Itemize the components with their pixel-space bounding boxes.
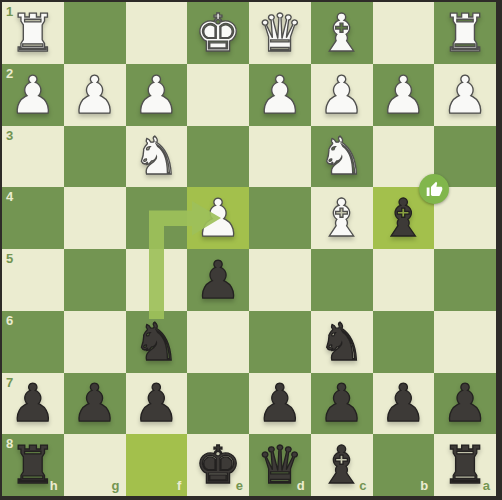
square-g2[interactable]: ♟ [64, 64, 126, 126]
piece-black-bishop-c8[interactable]: ♝ [318, 439, 365, 491]
piece-black-king-e8[interactable]: ♚ [195, 439, 242, 491]
piece-white-pawn-g2[interactable]: ♟ [71, 69, 118, 121]
square-a6[interactable] [434, 311, 496, 373]
square-h4[interactable] [2, 187, 64, 249]
piece-white-pawn-d2[interactable]: ♟ [257, 69, 304, 121]
square-d7[interactable]: ♟ [249, 373, 311, 435]
square-d3[interactable] [249, 126, 311, 188]
square-d8[interactable]: ♛ [249, 434, 311, 496]
piece-black-pawn-c7[interactable]: ♟ [318, 377, 365, 429]
piece-white-queen-d1[interactable]: ♛ [257, 7, 304, 59]
square-e8[interactable]: ♚ [187, 434, 249, 496]
square-h2[interactable]: ♟ [2, 64, 64, 126]
square-g4[interactable] [64, 187, 126, 249]
square-h1[interactable]: ♜ [2, 2, 64, 64]
piece-white-pawn-b2[interactable]: ♟ [380, 69, 427, 121]
square-b8[interactable] [373, 434, 435, 496]
piece-white-bishop-c1[interactable]: ♝ [318, 7, 365, 59]
square-c2[interactable]: ♟ [311, 64, 373, 126]
square-d1[interactable]: ♛ [249, 2, 311, 64]
square-g8[interactable] [64, 434, 126, 496]
square-d2[interactable]: ♟ [249, 64, 311, 126]
square-c7[interactable]: ♟ [311, 373, 373, 435]
piece-white-pawn-h2[interactable]: ♟ [10, 69, 57, 121]
chessboard-frame: ♜♚♛♝♜♟♟♟♟♟♟♟♞♞♟♝♝♟♞♞♟♟♟♟♟♟♟♜♚♛♝♜12345678… [0, 0, 502, 500]
square-e4[interactable]: ♟ [187, 187, 249, 249]
square-b7[interactable]: ♟ [373, 373, 435, 435]
square-f6[interactable]: ♞ [126, 311, 188, 373]
piece-white-pawn-e4[interactable]: ♟ [195, 192, 242, 244]
square-e6[interactable] [187, 311, 249, 373]
square-f5[interactable] [126, 249, 188, 311]
piece-white-rook-a1[interactable]: ♜ [442, 7, 489, 59]
square-f1[interactable] [126, 2, 188, 64]
piece-black-queen-d8[interactable]: ♛ [257, 439, 304, 491]
square-g7[interactable]: ♟ [64, 373, 126, 435]
square-a2[interactable]: ♟ [434, 64, 496, 126]
piece-black-pawn-f7[interactable]: ♟ [133, 377, 180, 429]
square-b3[interactable] [373, 126, 435, 188]
square-a3[interactable] [434, 126, 496, 188]
square-a1[interactable]: ♜ [434, 2, 496, 64]
square-b1[interactable] [373, 2, 435, 64]
piece-black-pawn-a7[interactable]: ♟ [442, 377, 489, 429]
square-e3[interactable] [187, 126, 249, 188]
square-h3[interactable] [2, 126, 64, 188]
piece-black-rook-h8[interactable]: ♜ [10, 439, 57, 491]
square-g3[interactable] [64, 126, 126, 188]
piece-black-pawn-g7[interactable]: ♟ [71, 377, 118, 429]
square-c1[interactable]: ♝ [311, 2, 373, 64]
piece-black-pawn-b7[interactable]: ♟ [380, 377, 427, 429]
square-d4[interactable] [249, 187, 311, 249]
square-f2[interactable]: ♟ [126, 64, 188, 126]
square-f7[interactable]: ♟ [126, 373, 188, 435]
piece-white-rook-h1[interactable]: ♜ [10, 7, 57, 59]
square-c4[interactable]: ♝ [311, 187, 373, 249]
page: { "game": "chess", "app_theme": "green-b… [0, 0, 502, 500]
square-h7[interactable]: ♟ [2, 373, 64, 435]
square-d5[interactable] [249, 249, 311, 311]
piece-white-king-e1[interactable]: ♚ [195, 7, 242, 59]
chess-board[interactable]: ♜♚♛♝♜♟♟♟♟♟♟♟♞♞♟♝♝♟♞♞♟♟♟♟♟♟♟♜♚♛♝♜12345678… [2, 2, 496, 496]
square-h8[interactable]: ♜ [2, 434, 64, 496]
piece-white-bishop-c4[interactable]: ♝ [318, 192, 365, 244]
square-b2[interactable]: ♟ [373, 64, 435, 126]
piece-white-pawn-f2[interactable]: ♟ [133, 69, 180, 121]
square-c6[interactable]: ♞ [311, 311, 373, 373]
piece-white-pawn-a2[interactable]: ♟ [442, 69, 489, 121]
square-c5[interactable] [311, 249, 373, 311]
piece-white-pawn-c2[interactable]: ♟ [318, 69, 365, 121]
square-e2[interactable] [187, 64, 249, 126]
square-g6[interactable] [64, 311, 126, 373]
square-b6[interactable] [373, 311, 435, 373]
square-c3[interactable]: ♞ [311, 126, 373, 188]
piece-white-knight-f3[interactable]: ♞ [133, 130, 180, 182]
square-a5[interactable] [434, 249, 496, 311]
square-g5[interactable] [64, 249, 126, 311]
square-a4[interactable] [434, 187, 496, 249]
piece-black-bishop-b4[interactable]: ♝ [380, 192, 427, 244]
square-f8[interactable] [126, 434, 188, 496]
square-b5[interactable] [373, 249, 435, 311]
square-d6[interactable] [249, 311, 311, 373]
square-b4[interactable]: ♝ [373, 187, 435, 249]
square-a7[interactable]: ♟ [434, 373, 496, 435]
piece-black-pawn-h7[interactable]: ♟ [10, 377, 57, 429]
square-f3[interactable]: ♞ [126, 126, 188, 188]
piece-black-pawn-e5[interactable]: ♟ [195, 254, 242, 306]
piece-white-knight-c3[interactable]: ♞ [318, 130, 365, 182]
square-h5[interactable] [2, 249, 64, 311]
square-e1[interactable]: ♚ [187, 2, 249, 64]
square-c8[interactable]: ♝ [311, 434, 373, 496]
square-a8[interactable]: ♜ [434, 434, 496, 496]
piece-black-rook-a8[interactable]: ♜ [442, 439, 489, 491]
piece-black-knight-c6[interactable]: ♞ [318, 316, 365, 368]
piece-black-pawn-d7[interactable]: ♟ [257, 377, 304, 429]
square-g1[interactable] [64, 2, 126, 64]
square-h6[interactable] [2, 311, 64, 373]
square-e5[interactable]: ♟ [187, 249, 249, 311]
piece-black-knight-f6[interactable]: ♞ [133, 316, 180, 368]
square-f4[interactable] [126, 187, 188, 249]
square-e7[interactable] [187, 373, 249, 435]
